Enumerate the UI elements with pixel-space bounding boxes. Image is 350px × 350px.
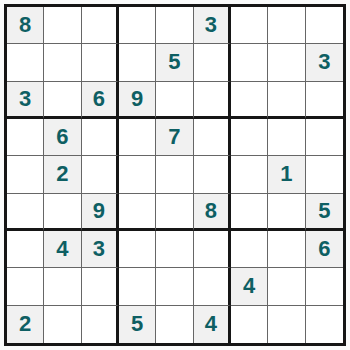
cell-r3c2[interactable] — [44, 82, 81, 119]
cell-r4c3[interactable] — [82, 119, 119, 156]
cell-r1c4[interactable] — [119, 7, 156, 44]
cell-r3c9[interactable] — [306, 82, 343, 119]
cell-r6c8[interactable] — [268, 194, 305, 231]
cell-r5c2[interactable]: 2 — [44, 156, 81, 193]
cell-r7c5[interactable] — [156, 231, 193, 268]
cell-r6c7[interactable] — [231, 194, 268, 231]
cell-r1c5[interactable] — [156, 7, 193, 44]
cell-r7c3[interactable]: 3 — [82, 231, 119, 268]
cell-r6c5[interactable] — [156, 194, 193, 231]
cell-r2c4[interactable] — [119, 44, 156, 81]
cell-r7c7[interactable] — [231, 231, 268, 268]
cell-r3c4[interactable]: 9 — [119, 82, 156, 119]
cell-r2c3[interactable] — [82, 44, 119, 81]
cell-r4c2[interactable]: 6 — [44, 119, 81, 156]
cell-r9c9[interactable] — [306, 306, 343, 343]
cell-r1c8[interactable] — [268, 7, 305, 44]
cell-r7c8[interactable] — [268, 231, 305, 268]
cell-r5c5[interactable] — [156, 156, 193, 193]
cell-r2c7[interactable] — [231, 44, 268, 81]
cell-r5c9[interactable] — [306, 156, 343, 193]
cell-r9c5[interactable] — [156, 306, 193, 343]
cell-r2c2[interactable] — [44, 44, 81, 81]
cell-r8c1[interactable] — [7, 268, 44, 305]
sudoku-board: 835336967219854364254 — [4, 4, 346, 346]
cell-r3c5[interactable] — [156, 82, 193, 119]
cell-r3c1[interactable]: 3 — [7, 82, 44, 119]
cell-r2c9[interactable]: 3 — [306, 44, 343, 81]
cell-r1c3[interactable] — [82, 7, 119, 44]
cell-r1c7[interactable] — [231, 7, 268, 44]
cell-r2c1[interactable] — [7, 44, 44, 81]
cell-r6c6[interactable]: 8 — [194, 194, 231, 231]
cell-r8c6[interactable] — [194, 268, 231, 305]
cell-r8c3[interactable] — [82, 268, 119, 305]
cell-r9c2[interactable] — [44, 306, 81, 343]
cell-r7c2[interactable]: 4 — [44, 231, 81, 268]
cell-r4c1[interactable] — [7, 119, 44, 156]
cell-r5c7[interactable] — [231, 156, 268, 193]
cell-r1c9[interactable] — [306, 7, 343, 44]
cell-r9c4[interactable]: 5 — [119, 306, 156, 343]
cell-r8c4[interactable] — [119, 268, 156, 305]
cell-r2c5[interactable]: 5 — [156, 44, 193, 81]
sudoku-page: 835336967219854364254 — [0, 0, 350, 350]
cell-r8c7[interactable]: 4 — [231, 268, 268, 305]
cell-r2c8[interactable] — [268, 44, 305, 81]
cell-r4c7[interactable] — [231, 119, 268, 156]
cell-r7c9[interactable]: 6 — [306, 231, 343, 268]
cell-r9c3[interactable] — [82, 306, 119, 343]
cell-r5c1[interactable] — [7, 156, 44, 193]
cell-r8c5[interactable] — [156, 268, 193, 305]
cell-r9c8[interactable] — [268, 306, 305, 343]
cell-r1c6[interactable]: 3 — [194, 7, 231, 44]
cell-r7c4[interactable] — [119, 231, 156, 268]
cell-r1c1[interactable]: 8 — [7, 7, 44, 44]
cell-r3c7[interactable] — [231, 82, 268, 119]
cell-r6c4[interactable] — [119, 194, 156, 231]
cell-r5c8[interactable]: 1 — [268, 156, 305, 193]
cell-r8c8[interactable] — [268, 268, 305, 305]
cell-r4c5[interactable]: 7 — [156, 119, 193, 156]
cell-r1c2[interactable] — [44, 7, 81, 44]
cell-r4c8[interactable] — [268, 119, 305, 156]
cell-r3c3[interactable]: 6 — [82, 82, 119, 119]
cell-r2c6[interactable] — [194, 44, 231, 81]
cell-r8c9[interactable] — [306, 268, 343, 305]
cell-r9c1[interactable]: 2 — [7, 306, 44, 343]
cell-r8c2[interactable] — [44, 268, 81, 305]
cell-r6c9[interactable]: 5 — [306, 194, 343, 231]
cell-r6c3[interactable]: 9 — [82, 194, 119, 231]
cell-r7c1[interactable] — [7, 231, 44, 268]
cell-r5c6[interactable] — [194, 156, 231, 193]
cell-r7c6[interactable] — [194, 231, 231, 268]
cell-r4c6[interactable] — [194, 119, 231, 156]
cell-r6c2[interactable] — [44, 194, 81, 231]
cell-r3c6[interactable] — [194, 82, 231, 119]
cell-r6c1[interactable] — [7, 194, 44, 231]
cell-r5c3[interactable] — [82, 156, 119, 193]
cell-r3c8[interactable] — [268, 82, 305, 119]
cell-r4c9[interactable] — [306, 119, 343, 156]
cell-r5c4[interactable] — [119, 156, 156, 193]
cell-r4c4[interactable] — [119, 119, 156, 156]
cell-r9c6[interactable]: 4 — [194, 306, 231, 343]
cell-r9c7[interactable] — [231, 306, 268, 343]
